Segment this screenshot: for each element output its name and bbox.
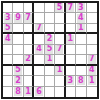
cell-r8c1[interactable] (3, 76, 13, 86)
given-cell-highlight: 5 (55, 3, 63, 12)
cell-r1c3[interactable] (24, 3, 34, 13)
cell-r2c7[interactable] (66, 13, 76, 23)
cell-r2c1[interactable]: 3 (3, 13, 13, 23)
given-digit: 1 (68, 35, 74, 43)
cell-r3c6[interactable] (55, 24, 65, 34)
cell-r9c6[interactable] (55, 87, 65, 97)
given-digit: 4 (36, 45, 42, 53)
cell-r4c2[interactable] (13, 34, 23, 44)
given-digit: 2 (47, 35, 53, 43)
given-cell-highlight: 7 (55, 45, 63, 54)
given-digit: 9 (15, 14, 21, 22)
cell-r6c4[interactable] (34, 55, 44, 65)
cell-r6c1[interactable] (3, 55, 13, 65)
given-digit: 6 (36, 88, 42, 96)
cell-r5c9[interactable] (87, 45, 97, 55)
given-digit: 7 (68, 4, 74, 12)
cell-r6c8[interactable] (76, 55, 86, 65)
cell-r2c4[interactable] (34, 13, 44, 23)
given-digit: 8 (15, 88, 21, 96)
cell-r4c5[interactable]: 2 (45, 34, 55, 44)
cell-r2c9[interactable] (87, 13, 97, 23)
given-digit: 8 (78, 77, 84, 85)
cell-r6c6[interactable] (55, 55, 65, 65)
cell-r8c7[interactable]: 3 (66, 76, 76, 86)
given-cell-highlight: 1 (24, 87, 32, 96)
given-cell-highlight: 7 (35, 24, 43, 33)
given-digit: 1 (78, 24, 84, 32)
cell-r4c4[interactable] (34, 34, 44, 44)
given-cell-highlight: 2 (14, 76, 22, 85)
sudoku-board: 57339745714214572175142381816 (1, 1, 99, 99)
given-cell-highlight: 3 (66, 76, 74, 85)
given-cell-highlight: 3 (77, 3, 85, 12)
cell-r5c1[interactable] (3, 45, 13, 55)
given-digit: 1 (25, 88, 31, 96)
given-cell-highlight: 4 (4, 35, 12, 44)
cell-r1c8[interactable]: 3 (76, 3, 86, 13)
given-cell-highlight: 7 (66, 3, 74, 12)
given-cell-highlight: 7 (88, 55, 96, 64)
cell-r8c6[interactable] (55, 76, 65, 86)
given-cell-highlight: 8 (14, 87, 22, 96)
given-digit: 5 (47, 45, 53, 53)
cell-r6c3[interactable]: 2 (24, 55, 34, 65)
cell-r4c9[interactable] (87, 34, 97, 44)
cell-r8c4[interactable] (34, 76, 44, 86)
cell-r3c1[interactable]: 5 (3, 24, 13, 34)
cell-r6c7[interactable] (66, 55, 76, 65)
given-cell-highlight: 7 (24, 14, 32, 23)
given-cell-highlight: 6 (35, 87, 43, 96)
cell-r1c9[interactable] (87, 3, 97, 13)
cell-r9c3[interactable]: 1 (24, 87, 34, 97)
given-digit: 7 (36, 24, 42, 32)
cell-r2c3[interactable]: 7 (24, 13, 34, 23)
given-digit: 1 (57, 66, 63, 74)
cell-r6c5[interactable]: 1 (45, 55, 55, 65)
given-digit: 5 (5, 24, 11, 32)
given-digit: 3 (78, 4, 84, 12)
cell-r7c6[interactable]: 1 (55, 66, 65, 76)
cell-r3c5[interactable] (45, 24, 55, 34)
given-cell-highlight: 9 (14, 14, 22, 23)
cell-r4c7[interactable]: 1 (66, 34, 76, 44)
cell-r9c4[interactable]: 6 (34, 87, 44, 97)
cell-r5c4[interactable]: 4 (34, 45, 44, 55)
cell-r3c3[interactable] (24, 24, 34, 34)
cell-r1c7[interactable]: 7 (66, 3, 76, 13)
given-cell-highlight: 4 (88, 66, 96, 75)
cell-r5c8[interactable] (76, 45, 86, 55)
cell-r4c3[interactable] (24, 34, 34, 44)
cell-r7c4[interactable] (34, 66, 44, 76)
cell-r2c2[interactable]: 9 (13, 13, 23, 23)
given-digit: 7 (57, 45, 63, 53)
given-cell-highlight: 8 (77, 76, 85, 85)
cell-r9c5[interactable] (45, 87, 55, 97)
given-digit: 5 (15, 66, 21, 74)
given-digit: 1 (47, 55, 53, 63)
cell-r7c7[interactable] (66, 66, 76, 76)
cell-r3c9[interactable] (87, 24, 97, 34)
given-cell-highlight: 1 (88, 76, 96, 85)
given-digit: 4 (78, 14, 84, 22)
cell-r5c5[interactable]: 5 (45, 45, 55, 55)
given-cell-highlight: 4 (35, 45, 43, 54)
given-cell-highlight: 2 (45, 35, 53, 44)
cell-r8c2[interactable]: 2 (13, 76, 23, 86)
given-cell-highlight: 1 (77, 24, 85, 33)
cell-r9c9[interactable] (87, 87, 97, 97)
given-digit: 3 (5, 14, 11, 22)
given-digit: 4 (5, 35, 11, 43)
cell-r8c5[interactable] (45, 76, 55, 86)
given-digit: 5 (57, 4, 63, 12)
cell-r4c8[interactable] (76, 34, 86, 44)
cell-r3c8[interactable]: 1 (76, 24, 86, 34)
cell-r1c6[interactable]: 5 (55, 3, 65, 13)
cell-r2c5[interactable] (45, 13, 55, 23)
cell-r8c8[interactable]: 8 (76, 76, 86, 86)
given-digit: 7 (89, 55, 95, 63)
cell-r9c7[interactable] (66, 87, 76, 97)
given-cell-highlight: 5 (14, 66, 22, 75)
cell-r1c5[interactable] (45, 3, 55, 13)
given-digit: 4 (89, 66, 95, 74)
cell-r1c1[interactable] (3, 3, 13, 13)
cell-r4c6[interactable] (55, 34, 65, 44)
cell-r9c2[interactable]: 8 (13, 87, 23, 97)
cell-r7c9[interactable]: 4 (87, 66, 97, 76)
cell-r4c1[interactable]: 4 (3, 34, 13, 44)
given-digit: 3 (68, 77, 74, 85)
cell-r7c3[interactable] (24, 66, 34, 76)
cell-r5c7[interactable] (66, 45, 76, 55)
cell-r1c2[interactable] (13, 3, 23, 13)
cell-r2c8[interactable]: 4 (76, 13, 86, 23)
cell-r9c1[interactable] (3, 87, 13, 97)
given-cell-highlight: 4 (77, 14, 85, 23)
cell-r7c2[interactable]: 5 (13, 66, 23, 76)
given-cell-highlight: 5 (45, 45, 53, 54)
cell-r6c2[interactable] (13, 55, 23, 65)
given-cell-highlight: 1 (66, 35, 74, 44)
given-digit: 1 (89, 77, 95, 85)
cell-r5c3[interactable] (24, 45, 34, 55)
cell-r8c3[interactable] (24, 76, 34, 86)
cell-r3c2[interactable] (13, 24, 23, 34)
given-digit: 2 (15, 77, 21, 85)
given-digit: 2 (25, 55, 31, 63)
cell-r1c4[interactable] (34, 3, 44, 13)
cell-r7c1[interactable] (3, 66, 13, 76)
given-cell-highlight: 1 (55, 66, 63, 75)
cell-r7c8[interactable] (76, 66, 86, 76)
cell-r3c4[interactable]: 7 (34, 24, 44, 34)
cell-r7c5[interactable] (45, 66, 55, 76)
given-cell-highlight: 1 (45, 55, 53, 64)
cell-r6c9[interactable]: 7 (87, 55, 97, 65)
cell-r5c2[interactable] (13, 45, 23, 55)
cell-r3c7[interactable] (66, 24, 76, 34)
cell-r2c6[interactable] (55, 13, 65, 23)
given-digit: 7 (25, 14, 31, 22)
cell-r9c8[interactable] (76, 87, 86, 97)
given-cell-highlight: 2 (24, 55, 32, 64)
cell-r5c6[interactable]: 7 (55, 45, 65, 55)
given-cell-highlight: 5 (4, 24, 12, 33)
cell-r8c9[interactable]: 1 (87, 76, 97, 86)
given-cell-highlight: 3 (4, 14, 12, 23)
